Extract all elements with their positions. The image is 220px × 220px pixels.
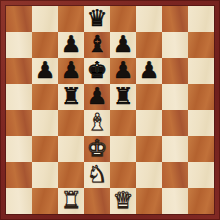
square-h6[interactable] [188, 58, 214, 84]
black-rook: ♜ [113, 83, 134, 109]
black-pawn: ♟ [87, 83, 108, 109]
square-a4[interactable] [6, 110, 32, 136]
black-pawn: ♟ [61, 31, 82, 57]
square-e3[interactable] [110, 136, 136, 162]
square-f6[interactable]: ♟ [136, 58, 162, 84]
square-e4[interactable] [110, 110, 136, 136]
square-c6[interactable]: ♟ [58, 58, 84, 84]
square-b4[interactable] [32, 110, 58, 136]
square-h3[interactable] [188, 136, 214, 162]
square-e8[interactable] [110, 6, 136, 32]
square-h4[interactable] [188, 110, 214, 136]
square-d6[interactable]: ♚ [84, 58, 110, 84]
square-e7[interactable]: ♟ [110, 32, 136, 58]
white-bishop: ♝ [87, 109, 108, 135]
square-c4[interactable] [58, 110, 84, 136]
square-a3[interactable] [6, 136, 32, 162]
square-c2[interactable] [58, 162, 84, 188]
square-b3[interactable] [32, 136, 58, 162]
square-h2[interactable] [188, 162, 214, 188]
square-b5[interactable] [32, 84, 58, 110]
chess-board: ♛♟♝♟♟♟♚♟♟♜♟♜♝♚♞♜♛ [6, 6, 214, 214]
square-f7[interactable] [136, 32, 162, 58]
square-g1[interactable] [162, 188, 188, 214]
black-pawn: ♟ [61, 57, 82, 83]
chess-board-frame: ♛♟♝♟♟♟♚♟♟♜♟♜♝♚♞♜♛ [0, 0, 220, 220]
square-f3[interactable] [136, 136, 162, 162]
square-c1[interactable]: ♜ [58, 188, 84, 214]
square-c8[interactable] [58, 6, 84, 32]
square-f8[interactable] [136, 6, 162, 32]
square-a1[interactable] [6, 188, 32, 214]
black-pawn: ♟ [113, 31, 134, 57]
white-rook: ♜ [61, 187, 82, 213]
square-c7[interactable]: ♟ [58, 32, 84, 58]
square-d4[interactable]: ♝ [84, 110, 110, 136]
black-pawn: ♟ [35, 57, 56, 83]
square-f2[interactable] [136, 162, 162, 188]
white-knight: ♞ [87, 161, 108, 187]
square-d2[interactable]: ♞ [84, 162, 110, 188]
black-rook: ♜ [61, 83, 82, 109]
square-a5[interactable] [6, 84, 32, 110]
square-d8[interactable]: ♛ [84, 6, 110, 32]
square-g2[interactable] [162, 162, 188, 188]
square-g3[interactable] [162, 136, 188, 162]
square-d7[interactable]: ♝ [84, 32, 110, 58]
square-e2[interactable] [110, 162, 136, 188]
black-queen: ♛ [87, 5, 108, 31]
square-a7[interactable] [6, 32, 32, 58]
square-c5[interactable]: ♜ [58, 84, 84, 110]
square-c3[interactable] [58, 136, 84, 162]
square-d1[interactable] [84, 188, 110, 214]
square-g6[interactable] [162, 58, 188, 84]
white-queen: ♛ [113, 187, 134, 213]
black-bishop: ♝ [87, 31, 108, 57]
square-f1[interactable] [136, 188, 162, 214]
white-king: ♚ [87, 135, 108, 161]
square-d5[interactable]: ♟ [84, 84, 110, 110]
square-d3[interactable]: ♚ [84, 136, 110, 162]
square-b7[interactable] [32, 32, 58, 58]
square-a8[interactable] [6, 6, 32, 32]
black-pawn: ♟ [139, 57, 160, 83]
square-h8[interactable] [188, 6, 214, 32]
square-a6[interactable] [6, 58, 32, 84]
square-g8[interactable] [162, 6, 188, 32]
black-king: ♚ [87, 57, 108, 83]
square-g4[interactable] [162, 110, 188, 136]
square-f4[interactable] [136, 110, 162, 136]
black-pawn: ♟ [113, 57, 134, 83]
square-g7[interactable] [162, 32, 188, 58]
square-h5[interactable] [188, 84, 214, 110]
square-b1[interactable] [32, 188, 58, 214]
square-e6[interactable]: ♟ [110, 58, 136, 84]
square-a2[interactable] [6, 162, 32, 188]
square-e5[interactable]: ♜ [110, 84, 136, 110]
square-h1[interactable] [188, 188, 214, 214]
square-b8[interactable] [32, 6, 58, 32]
square-f5[interactable] [136, 84, 162, 110]
square-h7[interactable] [188, 32, 214, 58]
square-g5[interactable] [162, 84, 188, 110]
square-b6[interactable]: ♟ [32, 58, 58, 84]
square-b2[interactable] [32, 162, 58, 188]
square-e1[interactable]: ♛ [110, 188, 136, 214]
